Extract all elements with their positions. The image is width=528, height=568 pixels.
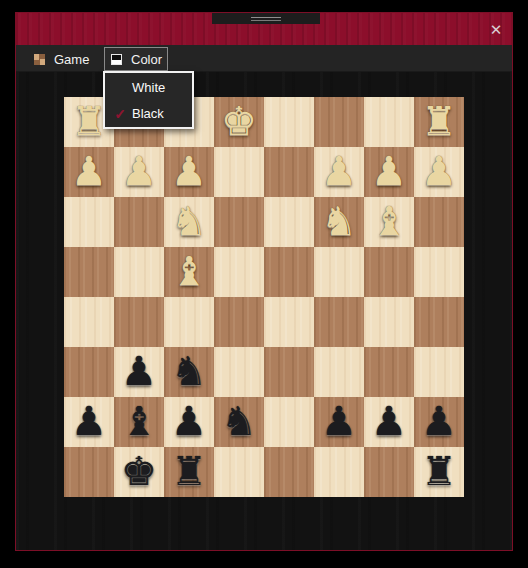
square-b7[interactable]: ♟ bbox=[364, 397, 414, 447]
square-d6[interactable] bbox=[264, 347, 314, 397]
square-a1[interactable]: ♜ bbox=[414, 97, 464, 147]
chess-board[interactable]: ♜♚♜♟♟♟♟♟♟♞♞♝♝♟♞♟♝♟♞♟♟♟♚♜♜ bbox=[64, 97, 464, 497]
white-king: ♚ bbox=[214, 97, 264, 147]
square-h7[interactable]: ♟ bbox=[64, 397, 114, 447]
square-g6[interactable]: ♟ bbox=[114, 347, 164, 397]
square-c5[interactable] bbox=[314, 297, 364, 347]
black-pawn: ♟ bbox=[414, 397, 464, 447]
black-bishop: ♝ bbox=[114, 397, 164, 447]
square-a8[interactable]: ♜ bbox=[414, 447, 464, 497]
square-c3[interactable]: ♞ bbox=[314, 197, 364, 247]
square-e1[interactable]: ♚ bbox=[214, 97, 264, 147]
square-f6[interactable]: ♞ bbox=[164, 347, 214, 397]
white-pawn: ♟ bbox=[64, 147, 114, 197]
menu-item-white-label: White bbox=[132, 80, 165, 95]
black-king: ♚ bbox=[114, 447, 164, 497]
black-knight: ♞ bbox=[214, 397, 264, 447]
square-g8[interactable]: ♚ bbox=[114, 447, 164, 497]
menu-color-label: Color bbox=[131, 52, 162, 67]
square-a5[interactable] bbox=[414, 297, 464, 347]
screen-background: ✕ Game Color ♜♚♜♟♟♟♟♟♟♞♞♝♝♟♞♟♝♟♞♟♟♟♚♜♜ W… bbox=[0, 0, 528, 568]
white-pawn: ♟ bbox=[164, 147, 214, 197]
square-h3[interactable] bbox=[64, 197, 114, 247]
square-d3[interactable] bbox=[264, 197, 314, 247]
chessboard-icon bbox=[34, 54, 45, 65]
color-dropdown-menu: White ✓ Black bbox=[103, 71, 194, 129]
square-h6[interactable] bbox=[64, 347, 114, 397]
white-pawn: ♟ bbox=[414, 147, 464, 197]
square-e6[interactable] bbox=[214, 347, 264, 397]
square-c4[interactable] bbox=[314, 247, 364, 297]
menu-color[interactable]: Color bbox=[104, 47, 168, 71]
black-pawn: ♟ bbox=[164, 397, 214, 447]
content-area: ♜♚♜♟♟♟♟♟♟♞♞♝♝♟♞♟♝♟♞♟♟♟♚♜♜ bbox=[16, 72, 512, 550]
square-b3[interactable]: ♝ bbox=[364, 197, 414, 247]
square-g7[interactable]: ♝ bbox=[114, 397, 164, 447]
square-b1[interactable] bbox=[364, 97, 414, 147]
menu-game[interactable]: Game bbox=[26, 47, 99, 71]
square-d5[interactable] bbox=[264, 297, 314, 347]
title-bar[interactable]: ✕ bbox=[16, 13, 512, 45]
square-h8[interactable] bbox=[64, 447, 114, 497]
black-rook: ♜ bbox=[164, 447, 214, 497]
square-c7[interactable]: ♟ bbox=[314, 397, 364, 447]
black-rook: ♜ bbox=[414, 447, 464, 497]
square-g4[interactable] bbox=[114, 247, 164, 297]
square-e3[interactable] bbox=[214, 197, 264, 247]
square-h2[interactable]: ♟ bbox=[64, 147, 114, 197]
square-e8[interactable] bbox=[214, 447, 264, 497]
square-c1[interactable] bbox=[314, 97, 364, 147]
square-f2[interactable]: ♟ bbox=[164, 147, 214, 197]
white-rook: ♜ bbox=[414, 97, 464, 147]
menu-item-black[interactable]: ✓ Black bbox=[105, 101, 192, 127]
square-b2[interactable]: ♟ bbox=[364, 147, 414, 197]
black-knight: ♞ bbox=[164, 347, 214, 397]
square-e4[interactable] bbox=[214, 247, 264, 297]
white-bishop: ♝ bbox=[164, 247, 214, 297]
black-pawn: ♟ bbox=[114, 347, 164, 397]
square-c6[interactable] bbox=[314, 347, 364, 397]
white-pawn: ♟ bbox=[364, 147, 414, 197]
app-window: ✕ Game Color ♜♚♜♟♟♟♟♟♟♞♞♝♝♟♞♟♝♟♞♟♟♟♚♜♜ W… bbox=[15, 12, 513, 551]
menu-item-white[interactable]: White bbox=[105, 75, 192, 101]
square-a4[interactable] bbox=[414, 247, 464, 297]
square-b6[interactable] bbox=[364, 347, 414, 397]
black-pawn: ♟ bbox=[314, 397, 364, 447]
square-a3[interactable] bbox=[414, 197, 464, 247]
square-g2[interactable]: ♟ bbox=[114, 147, 164, 197]
checkmark-icon: ✓ bbox=[111, 101, 129, 127]
black-pawn: ♟ bbox=[364, 397, 414, 447]
square-a6[interactable] bbox=[414, 347, 464, 397]
square-b8[interactable] bbox=[364, 447, 414, 497]
color-swatch-icon bbox=[111, 54, 122, 65]
square-f8[interactable]: ♜ bbox=[164, 447, 214, 497]
menu-bar: Game Color bbox=[16, 45, 512, 72]
window-drag-tab[interactable] bbox=[212, 13, 320, 24]
square-a7[interactable]: ♟ bbox=[414, 397, 464, 447]
square-d1[interactable] bbox=[264, 97, 314, 147]
square-h4[interactable] bbox=[64, 247, 114, 297]
square-g3[interactable] bbox=[114, 197, 164, 247]
square-f3[interactable]: ♞ bbox=[164, 197, 214, 247]
square-e5[interactable] bbox=[214, 297, 264, 347]
drag-handle-icon bbox=[251, 17, 281, 21]
square-d2[interactable] bbox=[264, 147, 314, 197]
square-b4[interactable] bbox=[364, 247, 414, 297]
square-d7[interactable] bbox=[264, 397, 314, 447]
white-pawn: ♟ bbox=[314, 147, 364, 197]
square-a2[interactable]: ♟ bbox=[414, 147, 464, 197]
close-button[interactable]: ✕ bbox=[486, 20, 506, 40]
white-bishop: ♝ bbox=[364, 197, 414, 247]
square-e7[interactable]: ♞ bbox=[214, 397, 264, 447]
square-d8[interactable] bbox=[264, 447, 314, 497]
white-pawn: ♟ bbox=[114, 147, 164, 197]
square-f7[interactable]: ♟ bbox=[164, 397, 214, 447]
square-c2[interactable]: ♟ bbox=[314, 147, 364, 197]
square-f5[interactable] bbox=[164, 297, 214, 347]
menu-game-label: Game bbox=[54, 52, 89, 67]
square-g5[interactable] bbox=[114, 297, 164, 347]
black-pawn: ♟ bbox=[64, 397, 114, 447]
white-knight: ♞ bbox=[314, 197, 364, 247]
square-f4[interactable]: ♝ bbox=[164, 247, 214, 297]
square-e2[interactable] bbox=[214, 147, 264, 197]
square-c8[interactable] bbox=[314, 447, 364, 497]
square-h5[interactable] bbox=[64, 297, 114, 347]
square-d4[interactable] bbox=[264, 247, 314, 297]
square-b5[interactable] bbox=[364, 297, 414, 347]
white-knight: ♞ bbox=[164, 197, 214, 247]
menu-item-black-label: Black bbox=[132, 106, 164, 121]
